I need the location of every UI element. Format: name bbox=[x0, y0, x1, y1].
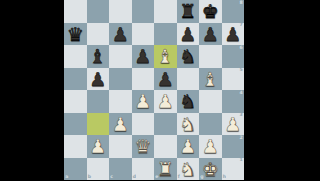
square-f1[interactable]: ♞f bbox=[177, 158, 200, 181]
black-pawn: ♟ bbox=[132, 45, 155, 68]
black-knight: ♞ bbox=[177, 45, 200, 68]
rank-label-8: 8 bbox=[240, 1, 243, 6]
white-pawn: ♟ bbox=[87, 135, 110, 158]
square-g7[interactable]: ♟ bbox=[199, 23, 222, 46]
square-e1[interactable]: ♜e bbox=[154, 158, 177, 181]
square-b4[interactable] bbox=[87, 90, 110, 113]
letterbox-left bbox=[0, 0, 64, 180]
square-e2[interactable] bbox=[154, 135, 177, 158]
square-b2[interactable]: ♟ bbox=[87, 135, 110, 158]
rank-label-5: 5 bbox=[240, 68, 243, 73]
square-h5[interactable]: 5 bbox=[222, 68, 245, 91]
square-h6[interactable]: 6 bbox=[222, 45, 245, 68]
square-h2[interactable]: 2 bbox=[222, 135, 245, 158]
square-h8[interactable]: 8 bbox=[222, 0, 245, 23]
square-b3[interactable] bbox=[87, 113, 110, 136]
square-d4[interactable]: ♟ bbox=[132, 90, 155, 113]
letterbox-right bbox=[244, 0, 320, 180]
square-c7[interactable]: ♟ bbox=[109, 23, 132, 46]
file-label-b: b bbox=[88, 175, 91, 180]
rank-label-1: 1 bbox=[240, 158, 243, 163]
square-g1[interactable]: ♚g bbox=[199, 158, 222, 181]
black-knight: ♞ bbox=[177, 90, 200, 113]
square-h3[interactable]: ♟3 bbox=[222, 113, 245, 136]
square-a4[interactable] bbox=[64, 90, 87, 113]
chess-board: ♜♚8♛♟♟♟♟7♝♟♝♞6♟♟♝5♟♟♞4♟♞♟3♟♛♟♟2abcd♜e♞f♚… bbox=[64, 0, 244, 180]
square-b6[interactable]: ♝ bbox=[87, 45, 110, 68]
square-e6[interactable]: ♝ bbox=[154, 45, 177, 68]
square-a6[interactable] bbox=[64, 45, 87, 68]
square-b8[interactable] bbox=[87, 0, 110, 23]
square-d2[interactable]: ♛ bbox=[132, 135, 155, 158]
square-e4[interactable]: ♟ bbox=[154, 90, 177, 113]
white-king: ♚ bbox=[199, 158, 222, 181]
square-f6[interactable]: ♞ bbox=[177, 45, 200, 68]
white-bishop: ♝ bbox=[199, 68, 222, 91]
square-f7[interactable]: ♟ bbox=[177, 23, 200, 46]
square-f4[interactable]: ♞ bbox=[177, 90, 200, 113]
screenshot-stage: ♜♚8♛♟♟♟♟7♝♟♝♞6♟♟♝5♟♟♞4♟♞♟3♟♛♟♟2abcd♜e♞f♚… bbox=[0, 0, 320, 180]
white-pawn: ♟ bbox=[199, 135, 222, 158]
square-f5[interactable] bbox=[177, 68, 200, 91]
white-bishop: ♝ bbox=[154, 45, 177, 68]
square-d5[interactable] bbox=[132, 68, 155, 91]
white-rook: ♜ bbox=[154, 158, 177, 181]
square-g4[interactable] bbox=[199, 90, 222, 113]
square-c1[interactable]: c bbox=[109, 158, 132, 181]
square-e7[interactable] bbox=[154, 23, 177, 46]
black-queen: ♛ bbox=[64, 23, 87, 46]
black-king: ♚ bbox=[199, 0, 222, 23]
square-c5[interactable] bbox=[109, 68, 132, 91]
square-g3[interactable] bbox=[199, 113, 222, 136]
square-c8[interactable] bbox=[109, 0, 132, 23]
file-label-h: h bbox=[223, 175, 226, 180]
square-e3[interactable] bbox=[154, 113, 177, 136]
square-c6[interactable] bbox=[109, 45, 132, 68]
square-b5[interactable]: ♟ bbox=[87, 68, 110, 91]
square-b7[interactable] bbox=[87, 23, 110, 46]
square-h7[interactable]: ♟7 bbox=[222, 23, 245, 46]
black-pawn: ♟ bbox=[222, 23, 245, 46]
white-pawn: ♟ bbox=[177, 135, 200, 158]
white-knight: ♞ bbox=[177, 113, 200, 136]
square-c3[interactable]: ♟ bbox=[109, 113, 132, 136]
square-d7[interactable] bbox=[132, 23, 155, 46]
white-pawn: ♟ bbox=[154, 90, 177, 113]
square-d8[interactable] bbox=[132, 0, 155, 23]
square-e5[interactable]: ♟ bbox=[154, 68, 177, 91]
square-a5[interactable] bbox=[64, 68, 87, 91]
square-a1[interactable]: a bbox=[64, 158, 87, 181]
rank-label-4: 4 bbox=[240, 91, 243, 96]
square-g2[interactable]: ♟ bbox=[199, 135, 222, 158]
white-queen: ♛ bbox=[132, 135, 155, 158]
white-knight: ♞ bbox=[177, 158, 200, 181]
black-pawn: ♟ bbox=[177, 23, 200, 46]
square-d6[interactable]: ♟ bbox=[132, 45, 155, 68]
square-d1[interactable]: d bbox=[132, 158, 155, 181]
white-pawn: ♟ bbox=[132, 90, 155, 113]
square-g8[interactable]: ♚ bbox=[199, 0, 222, 23]
black-pawn: ♟ bbox=[154, 68, 177, 91]
square-a7[interactable]: ♛ bbox=[64, 23, 87, 46]
rank-label-6: 6 bbox=[240, 46, 243, 51]
square-g5[interactable]: ♝ bbox=[199, 68, 222, 91]
black-pawn: ♟ bbox=[199, 23, 222, 46]
black-pawn: ♟ bbox=[87, 68, 110, 91]
square-f3[interactable]: ♞ bbox=[177, 113, 200, 136]
file-label-c: c bbox=[110, 175, 113, 180]
white-pawn: ♟ bbox=[109, 113, 132, 136]
square-c2[interactable] bbox=[109, 135, 132, 158]
black-pawn: ♟ bbox=[109, 23, 132, 46]
square-a3[interactable] bbox=[64, 113, 87, 136]
square-c4[interactable] bbox=[109, 90, 132, 113]
rank-label-2: 2 bbox=[240, 136, 243, 141]
square-e8[interactable] bbox=[154, 0, 177, 23]
square-a8[interactable] bbox=[64, 0, 87, 23]
square-b1[interactable]: b bbox=[87, 158, 110, 181]
square-h4[interactable]: 4 bbox=[222, 90, 245, 113]
square-g6[interactable] bbox=[199, 45, 222, 68]
black-rook: ♜ bbox=[177, 0, 200, 23]
square-f8[interactable]: ♜ bbox=[177, 0, 200, 23]
square-h1[interactable]: h1 bbox=[222, 158, 245, 181]
square-d3[interactable] bbox=[132, 113, 155, 136]
square-f2[interactable]: ♟ bbox=[177, 135, 200, 158]
file-label-a: a bbox=[65, 175, 68, 180]
square-a2[interactable] bbox=[64, 135, 87, 158]
black-bishop: ♝ bbox=[87, 45, 110, 68]
white-pawn: ♟ bbox=[222, 113, 245, 136]
file-label-d: d bbox=[133, 175, 136, 180]
